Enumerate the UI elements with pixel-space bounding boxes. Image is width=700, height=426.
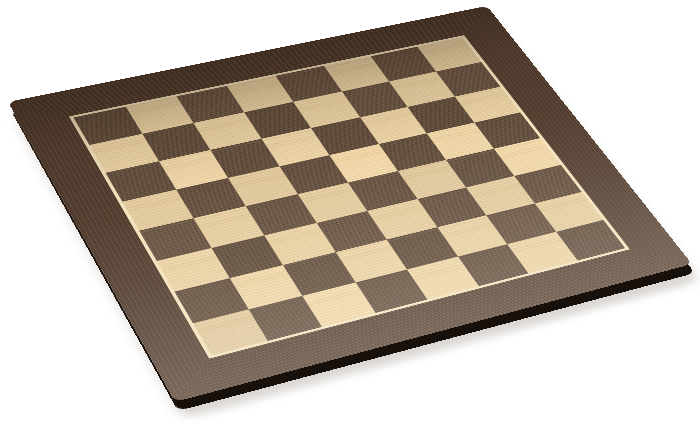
product-photo-stage — [0, 0, 700, 426]
chess-board — [8, 6, 692, 402]
